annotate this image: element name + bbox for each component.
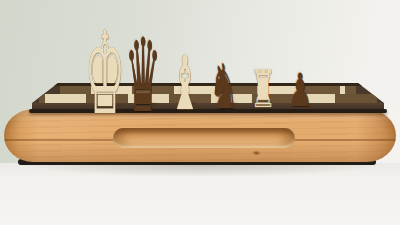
white-rook-piece: ♜ (250, 63, 276, 115)
dark-queen-piece: ♛ (125, 25, 162, 127)
white-bishop-piece: ♝ (170, 46, 201, 121)
wood-knot (251, 150, 262, 156)
dark-pawn-piece: ♟ (288, 67, 313, 113)
dark-knight-piece: ♞ (210, 56, 239, 118)
board-front-edge (29, 109, 387, 113)
box-cast-shadow (10, 164, 390, 180)
white-king-piece: ♚ (85, 17, 126, 131)
chess-box-photo: ♚ ♛ ♝ ♞ ♜ ♟ (0, 0, 400, 225)
